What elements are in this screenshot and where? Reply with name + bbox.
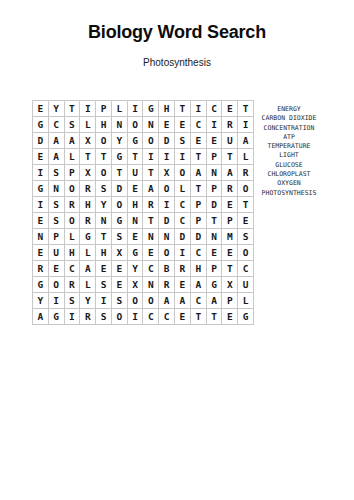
grid-cell-r7c1: I [33, 197, 49, 213]
grid-cell-r11c11: H [191, 261, 207, 277]
grid-cell-r8c2: S [49, 213, 65, 229]
grid-cell-r11c7: Y [128, 261, 144, 277]
grid-cell-r3c6: Y [112, 133, 128, 149]
grid-cell-r13c1: Y [33, 293, 49, 309]
grid-cell-r1c5: P [96, 101, 112, 117]
grid-cell-r3c10: S [175, 133, 191, 149]
grid-cell-r14c9: C [159, 309, 175, 325]
grid-cell-r10c2: U [49, 245, 65, 261]
grid-cell-r2c12: I [207, 117, 223, 133]
grid-cell-r2c1: G [33, 117, 49, 133]
grid-cell-r12c7: X [128, 277, 144, 293]
grid-cell-r12c9: R [159, 277, 175, 293]
grid-cell-r12c10: E [175, 277, 191, 293]
word-list-item: CARBON DIOXIDE [249, 114, 329, 123]
grid-cell-r10c10: I [175, 245, 191, 261]
grid-cell-r13c9: A [159, 293, 175, 309]
grid-cell-r4c6: G [112, 149, 128, 165]
grid-cell-r1c11: I [191, 101, 207, 117]
grid-cell-r12c4: L [80, 277, 96, 293]
grid-cell-r5c4: X [80, 165, 96, 181]
grid-cell-r3c2: A [49, 133, 65, 149]
grid-cell-r13c13: P [222, 293, 238, 309]
page-title: Biology Word Search [0, 22, 354, 43]
grid-cell-r1c4: I [80, 101, 96, 117]
grid-cell-r14c6: O [112, 309, 128, 325]
page-subtitle: Photosynthesis [0, 57, 354, 68]
grid-cell-r1c12: C [207, 101, 223, 117]
grid-cell-r5c12: N [207, 165, 223, 181]
grid-cell-r13c10: A [175, 293, 191, 309]
grid-cell-r13c11: C [191, 293, 207, 309]
grid-cell-r1c8: G [143, 101, 159, 117]
word-list-item: TEMPERATURE [249, 142, 329, 151]
grid-cell-r14c14: G [238, 309, 254, 325]
grid-cell-r11c2: E [49, 261, 65, 277]
grid-cell-r12c12: G [207, 277, 223, 293]
grid-cell-r2c11: C [191, 117, 207, 133]
grid-cell-r13c6: S [112, 293, 128, 309]
grid-cell-r3c8: O [143, 133, 159, 149]
grid-cell-r2c8: N [143, 117, 159, 133]
grid-cell-r1c3: T [65, 101, 81, 117]
grid-cell-r1c9: H [159, 101, 175, 117]
grid-cell-r8c1: E [33, 213, 49, 229]
grid-cell-r12c3: R [65, 277, 81, 293]
grid-cell-r10c12: E [207, 245, 223, 261]
grid-cell-r7c3: R [65, 197, 81, 213]
grid-cell-r12c2: O [49, 277, 65, 293]
grid-cell-r13c2: I [49, 293, 65, 309]
grid-cell-r1c13: E [222, 101, 238, 117]
grid-cell-r1c7: I [128, 101, 144, 117]
grid-cell-r12c8: N [143, 277, 159, 293]
grid-cell-r8c6: G [112, 213, 128, 229]
grid-cell-r6c5: S [96, 181, 112, 197]
grid-cell-r5c6: T [112, 165, 128, 181]
grid-cell-r10c9: O [159, 245, 175, 261]
grid-cell-r8c14: E [238, 213, 254, 229]
grid-cell-r2c4: L [80, 117, 96, 133]
word-list-item: ATP [249, 133, 329, 142]
grid-cell-r11c3: C [65, 261, 81, 277]
grid-cell-r14c1: A [33, 309, 49, 325]
grid-cell-r9c1: N [33, 229, 49, 245]
grid-cell-r5c2: S [49, 165, 65, 181]
word-list-item: GLUCOSE [249, 161, 329, 170]
grid-cell-r8c9: D [159, 213, 175, 229]
grid-cell-r14c4: R [80, 309, 96, 325]
grid-cell-r4c1: E [33, 149, 49, 165]
grid-cell-r14c12: T [207, 309, 223, 325]
grid-cell-r2c6: N [112, 117, 128, 133]
grid-cell-r5c10: O [175, 165, 191, 181]
grid-cell-r8c11: P [191, 213, 207, 229]
grid-cell-r11c13: T [222, 261, 238, 277]
grid-cell-r5c8: T [143, 165, 159, 181]
grid-cell-r8c12: T [207, 213, 223, 229]
grid-cell-r7c4: H [80, 197, 96, 213]
word-list-item: CHLOROPLAST [249, 170, 329, 179]
grid-cell-r12c1: G [33, 277, 49, 293]
word-list-item: CONCENTRATION [249, 124, 329, 133]
grid-cell-r2c13: R [222, 117, 238, 133]
grid-cell-r13c12: A [207, 293, 223, 309]
grid-cell-r1c1: E [33, 101, 49, 117]
grid-cell-r3c11: E [191, 133, 207, 149]
grid-cell-r4c8: I [143, 149, 159, 165]
grid-cell-r6c7: E [128, 181, 144, 197]
grid-cell-r7c13: E [222, 197, 238, 213]
grid-cell-r9c9: N [159, 229, 175, 245]
grid-cell-r7c5: Y [96, 197, 112, 213]
grid-cell-r10c3: H [65, 245, 81, 261]
grid-cell-r3c12: E [207, 133, 223, 149]
grid-cell-r13c7: O [128, 293, 144, 309]
grid-cell-r2c9: E [159, 117, 175, 133]
grid-cell-r14c2: G [49, 309, 65, 325]
grid-cell-r9c13: M [222, 229, 238, 245]
grid-cell-r10c1: E [33, 245, 49, 261]
grid-cell-r9c2: P [49, 229, 65, 245]
word-list-item: LIGHT [249, 151, 329, 160]
grid-cell-r10c5: H [96, 245, 112, 261]
grid-cell-r4c13: T [222, 149, 238, 165]
grid-cell-r11c1: R [33, 261, 49, 277]
grid-cell-r4c5: T [96, 149, 112, 165]
grid-cell-r12c14: U [238, 277, 254, 293]
grid-cell-r10c7: G [128, 245, 144, 261]
grid-cell-r9c6: S [112, 229, 128, 245]
grid-cell-r8c8: T [143, 213, 159, 229]
grid-cell-r6c12: P [207, 181, 223, 197]
grid-cell-r9c8: N [143, 229, 159, 245]
grid-cell-r3c1: D [33, 133, 49, 149]
grid-cell-r6c2: N [49, 181, 65, 197]
grid-cell-r10c8: E [143, 245, 159, 261]
grid-cell-r8c10: C [175, 213, 191, 229]
grid-cell-r11c4: A [80, 261, 96, 277]
grid-cell-r6c10: L [175, 181, 191, 197]
word-list-item: PHOTOSYNTHESIS [249, 189, 329, 198]
grid-cell-r14c7: I [128, 309, 144, 325]
grid-cell-r6c1: G [33, 181, 49, 197]
grid-cell-r4c4: T [80, 149, 96, 165]
grid-cell-r11c12: P [207, 261, 223, 277]
grid-cell-r13c5: I [96, 293, 112, 309]
grid-cell-r2c7: O [128, 117, 144, 133]
grid-cell-r7c14: T [238, 197, 254, 213]
grid-cell-r2c5: H [96, 117, 112, 133]
wordsearch-grid: EYTIPLIGHTICETGCSLHNONEECIRIDAAXOYGODSEE… [32, 100, 254, 325]
grid-cell-r7c11: P [191, 197, 207, 213]
grid-cell-r3c3: A [65, 133, 81, 149]
grid-cell-r6c8: A [143, 181, 159, 197]
grid-cell-r14c8: C [143, 309, 159, 325]
grid-cell-r5c13: A [222, 165, 238, 181]
grid-cell-r5c5: O [96, 165, 112, 181]
grid-cell-r14c5: S [96, 309, 112, 325]
grid-cell-r12c6: E [112, 277, 128, 293]
grid-cell-r13c4: Y [80, 293, 96, 309]
grid-cell-r4c10: I [175, 149, 191, 165]
grid-cell-r6c3: O [65, 181, 81, 197]
grid-cell-r3c9: D [159, 133, 175, 149]
grid-cell-r11c5: E [96, 261, 112, 277]
grid-cell-r2c10: E [175, 117, 191, 133]
grid-cell-r5c3: P [65, 165, 81, 181]
grid-cell-r11c6: E [112, 261, 128, 277]
grid-cell-r6c11: T [191, 181, 207, 197]
grid-cell-r8c4: R [80, 213, 96, 229]
grid-cell-r9c12: N [207, 229, 223, 245]
grid-cell-r9c4: G [80, 229, 96, 245]
grid-cell-r3c4: X [80, 133, 96, 149]
grid-cell-r4c3: L [65, 149, 81, 165]
grid-cell-r9c10: D [175, 229, 191, 245]
grid-cell-r3c13: U [222, 133, 238, 149]
grid-cell-r10c6: X [112, 245, 128, 261]
grid-cell-r4c9: I [159, 149, 175, 165]
grid-cell-r3c7: G [128, 133, 144, 149]
grid-cell-r12c11: A [191, 277, 207, 293]
grid-cell-r12c13: X [222, 277, 238, 293]
grid-cell-r8c3: O [65, 213, 81, 229]
grid-cell-r4c11: T [191, 149, 207, 165]
grid-cell-r8c7: N [128, 213, 144, 229]
grid-cell-r5c11: A [191, 165, 207, 181]
grid-cell-r9c14: S [238, 229, 254, 245]
grid-cell-r10c13: E [222, 245, 238, 261]
grid-cell-r7c9: I [159, 197, 175, 213]
grid-cell-r6c13: R [222, 181, 238, 197]
grid-cell-r8c5: N [96, 213, 112, 229]
grid-cell-r6c6: D [112, 181, 128, 197]
grid-cell-r5c9: X [159, 165, 175, 181]
grid-cell-r7c12: D [207, 197, 223, 213]
grid-cell-r6c9: O [159, 181, 175, 197]
grid-cell-r14c13: E [222, 309, 238, 325]
grid-cell-r4c2: A [49, 149, 65, 165]
grid-cell-r11c9: B [159, 261, 175, 277]
grid-cell-r11c8: C [143, 261, 159, 277]
word-list-item: OXYGEN [249, 179, 329, 188]
grid-cell-r14c3: I [65, 309, 81, 325]
grid-cell-r2c3: S [65, 117, 81, 133]
grid-cell-r5c1: I [33, 165, 49, 181]
grid-cell-r13c14: L [238, 293, 254, 309]
grid-cell-r4c12: P [207, 149, 223, 165]
grid-cell-r11c10: R [175, 261, 191, 277]
grid-cell-r14c11: T [191, 309, 207, 325]
word-list: ENERGYCARBON DIOXIDECONCENTRATIONATPTEMP… [249, 105, 329, 198]
grid-cell-r7c10: C [175, 197, 191, 213]
grid-cell-r3c5: O [96, 133, 112, 149]
grid-cell-r9c3: L [65, 229, 81, 245]
grid-cell-r6c4: R [80, 181, 96, 197]
grid-cell-r1c10: T [175, 101, 191, 117]
grid-cell-r1c2: Y [49, 101, 65, 117]
grid-cell-r7c6: O [112, 197, 128, 213]
grid-cell-r9c7: E [128, 229, 144, 245]
grid-cell-r10c14: O [238, 245, 254, 261]
grid-cell-r4c7: T [128, 149, 144, 165]
grid-cell-r13c8: O [143, 293, 159, 309]
grid-cell-r10c4: L [80, 245, 96, 261]
grid-cell-r7c7: H [128, 197, 144, 213]
grid-cell-r8c13: P [222, 213, 238, 229]
grid-cell-r1c6: L [112, 101, 128, 117]
grid-cell-r5c7: U [128, 165, 144, 181]
grid-cell-r2c2: C [49, 117, 65, 133]
grid-cell-r7c2: S [49, 197, 65, 213]
grid-cell-r11c14: C [238, 261, 254, 277]
grid-cell-r14c10: E [175, 309, 191, 325]
grid-cell-r12c5: S [96, 277, 112, 293]
word-list-item: ENERGY [249, 105, 329, 114]
grid-cell-r10c11: C [191, 245, 207, 261]
grid-cell-r7c8: R [143, 197, 159, 213]
grid-cell-r9c5: T [96, 229, 112, 245]
grid-cell-r13c3: S [65, 293, 81, 309]
grid-cell-r9c11: D [191, 229, 207, 245]
